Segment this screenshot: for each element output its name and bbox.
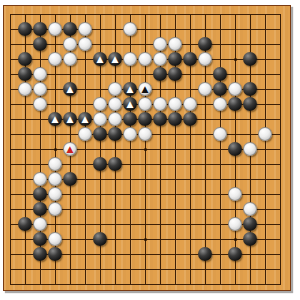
black-stone[interactable] [243, 217, 257, 231]
black-stone[interactable] [108, 157, 122, 171]
white-stone[interactable] [123, 127, 137, 141]
white-stone[interactable] [48, 187, 62, 201]
triangle-mark: ▲ [82, 114, 89, 123]
red-triangle-last-move-mark: ▲ [67, 144, 74, 153]
triangle-mark: ▲ [67, 84, 74, 93]
black-stone[interactable] [33, 202, 47, 216]
white-stone[interactable] [213, 127, 227, 141]
star-point [234, 58, 237, 61]
triangle-mark: ▲ [127, 84, 134, 93]
black-stone[interactable] [18, 52, 32, 66]
white-stone[interactable] [48, 52, 62, 66]
black-stone[interactable]: ▲ [123, 97, 137, 111]
black-stone[interactable] [198, 247, 212, 261]
black-stone[interactable] [243, 232, 257, 246]
black-stone[interactable] [168, 67, 182, 81]
white-stone[interactable] [153, 37, 167, 51]
white-stone[interactable] [168, 37, 182, 51]
white-stone[interactable] [228, 187, 242, 201]
black-stone[interactable] [168, 52, 182, 66]
star-point [144, 238, 147, 241]
white-stone[interactable] [78, 22, 92, 36]
white-stone[interactable] [48, 232, 62, 246]
triangle-mark: ▲ [112, 54, 119, 63]
black-stone[interactable] [168, 112, 182, 126]
grid-line-horizontal [10, 284, 281, 285]
black-stone[interactable]: ▲ [63, 112, 77, 126]
white-stone[interactable] [243, 202, 257, 216]
black-stone[interactable] [153, 67, 167, 81]
white-stone[interactable] [108, 97, 122, 111]
black-stone[interactable] [198, 37, 212, 51]
white-stone[interactable] [198, 82, 212, 96]
white-stone[interactable] [48, 22, 62, 36]
white-stone[interactable] [228, 217, 242, 231]
black-stone[interactable] [183, 52, 197, 66]
white-stone[interactable] [213, 97, 227, 111]
white-stone[interactable] [258, 127, 272, 141]
white-stone[interactable] [78, 127, 92, 141]
black-stone[interactable] [213, 67, 227, 81]
white-stone[interactable] [93, 97, 107, 111]
white-stone[interactable] [228, 82, 242, 96]
screenshot-frame: ▲▲▲▲▲▲▲▲▲▲ [0, 0, 300, 300]
black-stone[interactable] [108, 127, 122, 141]
triangle-mark: ▲ [52, 114, 59, 123]
black-stone[interactable] [213, 82, 227, 96]
black-stone[interactable] [48, 247, 62, 261]
white-stone[interactable] [198, 52, 212, 66]
black-stone[interactable] [243, 52, 257, 66]
black-stone[interactable] [243, 97, 257, 111]
black-stone[interactable] [33, 37, 47, 51]
black-stone[interactable] [18, 22, 32, 36]
black-stone[interactable] [153, 112, 167, 126]
black-stone[interactable] [228, 142, 242, 156]
white-stone[interactable] [108, 112, 122, 126]
black-stone[interactable] [18, 217, 32, 231]
triangle-mark: ▲ [67, 114, 74, 123]
black-stone[interactable] [93, 157, 107, 171]
white-stone[interactable] [33, 67, 47, 81]
white-stone[interactable] [78, 37, 92, 51]
white-stone[interactable] [33, 172, 47, 186]
white-stone[interactable] [153, 52, 167, 66]
white-stone[interactable] [123, 52, 137, 66]
grid-line-vertical [220, 14, 221, 285]
black-stone[interactable]: ▲ [93, 52, 107, 66]
black-stone[interactable] [138, 112, 152, 126]
white-stone[interactable] [153, 97, 167, 111]
white-stone[interactable] [183, 97, 197, 111]
white-stone[interactable]: ▲ [138, 82, 152, 96]
white-stone[interactable] [33, 217, 47, 231]
black-stone[interactable]: ▲ [63, 82, 77, 96]
white-stone[interactable] [108, 82, 122, 96]
black-stone[interactable]: ▲ [108, 52, 122, 66]
black-stone[interactable]: ▲ [48, 112, 62, 126]
white-stone[interactable] [138, 127, 152, 141]
white-stone[interactable] [138, 97, 152, 111]
white-stone[interactable] [48, 172, 62, 186]
triangle-mark: ▲ [127, 99, 134, 108]
white-stone[interactable]: ▲ [63, 142, 77, 156]
go-board[interactable]: ▲▲▲▲▲▲▲▲▲▲ [3, 5, 291, 291]
triangle-mark: ▲ [97, 54, 104, 63]
black-stone[interactable] [33, 187, 47, 201]
black-stone[interactable] [63, 22, 77, 36]
black-stone[interactable] [33, 247, 47, 261]
white-stone[interactable] [138, 52, 152, 66]
white-stone[interactable] [33, 82, 47, 96]
white-stone[interactable] [18, 82, 32, 96]
star-point [54, 148, 57, 151]
white-stone[interactable] [48, 202, 62, 216]
black-stone[interactable] [228, 97, 242, 111]
black-stone[interactable] [183, 112, 197, 126]
star-point [144, 148, 147, 151]
white-stone[interactable] [243, 142, 257, 156]
black-stone[interactable] [33, 22, 47, 36]
white-stone[interactable] [123, 22, 137, 36]
grid-line-horizontal [10, 269, 281, 270]
white-stone[interactable] [33, 97, 47, 111]
black-stone[interactable] [243, 82, 257, 96]
white-stone[interactable] [48, 157, 62, 171]
white-stone[interactable] [63, 52, 77, 66]
black-stone[interactable] [93, 232, 107, 246]
grid-line-vertical [265, 14, 266, 285]
white-stone[interactable] [168, 97, 182, 111]
white-stone[interactable] [63, 37, 77, 51]
black-stone[interactable]: ▲ [123, 82, 137, 96]
black-stone[interactable] [33, 232, 47, 246]
triangle-mark: ▲ [142, 84, 149, 93]
white-stone[interactable] [93, 112, 107, 126]
black-stone[interactable]: ▲ [78, 112, 92, 126]
grid-line-vertical [280, 14, 281, 285]
star-point [234, 238, 237, 241]
black-stone[interactable] [228, 247, 242, 261]
black-stone[interactable] [93, 127, 107, 141]
black-stone[interactable] [63, 172, 77, 186]
black-stone[interactable] [123, 112, 137, 126]
black-stone[interactable] [18, 67, 32, 81]
